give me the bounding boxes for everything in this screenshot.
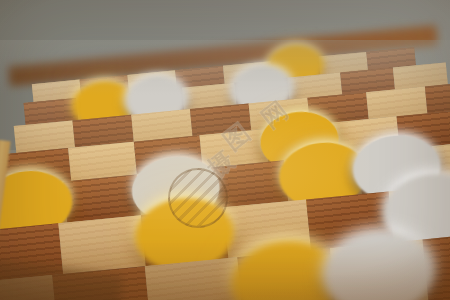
board-square [425, 81, 450, 114]
photo-stage: ●●●●●●●●●●●●● 摄 图 网 [0, 0, 450, 300]
board-square [211, 160, 289, 208]
board-square [397, 110, 450, 149]
board-square [224, 199, 312, 258]
board-square [306, 191, 394, 250]
board-square: ● [358, 146, 436, 194]
board: ●●●●●●●●●●●●● [0, 0, 450, 300]
board-square [423, 231, 450, 300]
board-square: ● [141, 207, 229, 266]
board-square [432, 139, 450, 187]
board-square: ● [237, 248, 336, 300]
board-square: ● [389, 183, 450, 242]
board-square: ● [330, 239, 429, 300]
board-square [58, 215, 146, 274]
board-square [145, 257, 244, 300]
board-square: ● [284, 153, 362, 201]
board-square: ● [137, 167, 215, 215]
board-square [63, 175, 141, 223]
